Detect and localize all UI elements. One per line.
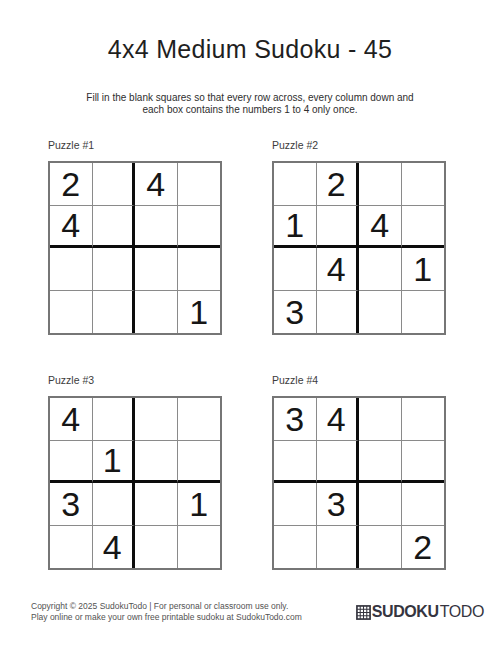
puzzle-1-cell-r1c1: 2 (50, 163, 93, 206)
puzzle-3-cell-r2c1 (50, 441, 93, 484)
puzzle-1-cell-r3c4 (178, 248, 221, 291)
puzzle-1-cell-r2c4 (178, 206, 221, 249)
puzzle-1-label: Puzzle #1 (48, 139, 222, 151)
puzzle-1-cell-r1c2 (93, 163, 136, 206)
puzzle-2-cell-r1c3 (359, 163, 402, 206)
puzzle-3-cell-r1c1: 4 (50, 398, 93, 441)
puzzle-4-cell-r4c3 (359, 526, 402, 569)
puzzle-1-cell-r3c3 (135, 248, 178, 291)
puzzle-3-cell-r2c4 (178, 441, 221, 484)
puzzle-1-cell-r4c3 (135, 291, 178, 334)
puzzle-4-cell-r3c2: 3 (317, 483, 360, 526)
puzzle-1-cell-r3c2 (93, 248, 136, 291)
puzzle-4-label: Puzzle #4 (272, 374, 446, 386)
puzzle-2-cell-r1c2: 2 (317, 163, 360, 206)
puzzle-2-cell-r1c1 (274, 163, 317, 206)
puzzle-4-cell-r4c1 (274, 526, 317, 569)
instructions-line-1: Fill in the blank squares so that every … (86, 92, 413, 103)
puzzle-4-cell-r3c4 (402, 483, 445, 526)
puzzle-4-cell-r1c4 (402, 398, 445, 441)
puzzles-grid: Puzzle #1 2441 Puzzle #2 214413 Puzzle #… (48, 139, 500, 570)
puzzle-4-cell-r2c3 (359, 441, 402, 484)
puzzle-2-cell-r4c4 (402, 291, 445, 334)
page-footer: Copyright © 2025 SudokuTodo | For person… (31, 601, 484, 623)
puzzle-3-cell-r1c2 (93, 398, 136, 441)
puzzle-3-cell-r3c2 (93, 483, 136, 526)
puzzle-3-cell-r4c2: 4 (93, 526, 136, 569)
puzzle-4-board: 3432 (272, 396, 446, 570)
puzzle-2-cell-r1c4 (402, 163, 445, 206)
puzzle-2-cell-r4c1: 3 (274, 291, 317, 334)
puzzle-1-cell-r3c1 (50, 248, 93, 291)
puzzle-2-board: 214413 (272, 161, 446, 335)
puzzle-3-cell-r4c1 (50, 526, 93, 569)
puzzle-2: Puzzle #2 214413 (272, 139, 446, 335)
puzzle-3-cell-r2c2: 1 (93, 441, 136, 484)
puzzle-4-cell-r4c4: 2 (402, 526, 445, 569)
puzzle-4-cell-r2c1 (274, 441, 317, 484)
printable-sudoku-page: 4x4 Medium Sudoku - 45 Fill in the blank… (0, 0, 500, 647)
puzzle-4: Puzzle #4 3432 (272, 374, 446, 570)
puzzle-3-cell-r4c4 (178, 526, 221, 569)
copyright-line-1: Copyright © 2025 SudokuTodo | For person… (31, 601, 302, 612)
puzzle-2-cell-r4c2 (317, 291, 360, 334)
puzzle-2-cell-r3c3 (359, 248, 402, 291)
instructions-line-2: each box contains the numbers 1 to 4 onl… (142, 104, 357, 115)
logo-text-todo: TODO (440, 603, 484, 621)
puzzle-4-cell-r2c2 (317, 441, 360, 484)
copyright-text: Copyright © 2025 SudokuTodo | For person… (31, 601, 302, 623)
page-title: 4x4 Medium Sudoku - 45 (0, 0, 500, 63)
puzzle-3-cell-r1c3 (135, 398, 178, 441)
puzzle-3-cell-r3c1: 3 (50, 483, 93, 526)
puzzle-3-cell-r2c3 (135, 441, 178, 484)
puzzle-4-cell-r4c2 (317, 526, 360, 569)
logo-text-sudoku: SUDOKU (372, 603, 439, 621)
puzzle-1-cell-r2c3 (135, 206, 178, 249)
puzzle-2-cell-r4c3 (359, 291, 402, 334)
puzzle-2-cell-r3c4: 1 (402, 248, 445, 291)
puzzle-3-cell-r1c4 (178, 398, 221, 441)
puzzle-2-cell-r2c1: 1 (274, 206, 317, 249)
puzzle-4-cell-r1c2: 4 (317, 398, 360, 441)
copyright-line-2: Play online or make your own free printa… (31, 612, 302, 623)
puzzle-4-cell-r1c1: 3 (274, 398, 317, 441)
sudoku-grid-icon (356, 605, 371, 620)
puzzle-1: Puzzle #1 2441 (48, 139, 222, 335)
puzzle-4-cell-r1c3 (359, 398, 402, 441)
puzzle-4-cell-r3c3 (359, 483, 402, 526)
puzzle-1-cell-r2c2 (93, 206, 136, 249)
puzzle-3-cell-r4c3 (135, 526, 178, 569)
puzzle-3-label: Puzzle #3 (48, 374, 222, 386)
puzzle-2-cell-r2c2 (317, 206, 360, 249)
puzzle-1-cell-r1c3: 4 (135, 163, 178, 206)
puzzle-2-cell-r3c1 (274, 248, 317, 291)
puzzle-1-cell-r1c4 (178, 163, 221, 206)
puzzle-2-cell-r2c3: 4 (359, 206, 402, 249)
sudokutodo-logo: SUDOKUTODO (356, 603, 484, 621)
puzzle-3-board: 41314 (48, 396, 222, 570)
puzzle-4-cell-r2c4 (402, 441, 445, 484)
puzzle-1-cell-r2c1: 4 (50, 206, 93, 249)
puzzle-1-cell-r4c2 (93, 291, 136, 334)
puzzle-2-label: Puzzle #2 (272, 139, 446, 151)
puzzle-2-cell-r3c2: 4 (317, 248, 360, 291)
puzzle-4-cell-r3c1 (274, 483, 317, 526)
puzzle-1-board: 2441 (48, 161, 222, 335)
puzzle-3-cell-r3c3 (135, 483, 178, 526)
puzzle-1-cell-r4c4: 1 (178, 291, 221, 334)
puzzle-3: Puzzle #3 41314 (48, 374, 222, 570)
puzzle-3-cell-r3c4: 1 (178, 483, 221, 526)
puzzle-2-cell-r2c4 (402, 206, 445, 249)
puzzle-1-cell-r4c1 (50, 291, 93, 334)
instructions: Fill in the blank squares so that every … (0, 92, 500, 115)
